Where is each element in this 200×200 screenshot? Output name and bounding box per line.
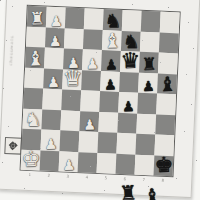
coord-mark-4: 4	[85, 174, 88, 179]
square-f2[interactable]	[41, 109, 61, 130]
square-b8[interactable]	[159, 32, 179, 53]
square-g6[interactable]	[116, 133, 136, 154]
square-g3[interactable]	[59, 130, 79, 151]
photo-of-chess-game: chessmats ♜♟♞♟♝♞♝♟♟♟♛♜♟♛♟♟♝♟♞♟♟♚♟♚ 12345…	[0, 0, 200, 200]
square-b2[interactable]: ♟	[45, 27, 65, 48]
mat-brand-text: chessmats	[8, 35, 21, 66]
piece-white-pawn-d2[interactable]: ♟	[47, 75, 60, 89]
square-c8[interactable]	[158, 53, 178, 74]
square-c2[interactable]	[44, 48, 64, 69]
square-a3[interactable]	[65, 7, 85, 28]
square-f8[interactable]	[155, 114, 175, 135]
square-b5[interactable]: ♝	[102, 30, 122, 51]
square-a6[interactable]	[122, 10, 142, 31]
square-c5[interactable]: ♟	[101, 50, 121, 71]
square-e7[interactable]	[137, 93, 157, 114]
square-g7[interactable]	[135, 134, 155, 155]
piece-white-bishop-b5[interactable]: ♝	[103, 30, 121, 50]
square-a8[interactable]	[160, 12, 180, 33]
square-d2[interactable]: ♟	[43, 68, 63, 89]
square-f4[interactable]: ♟	[79, 111, 99, 132]
square-d4[interactable]	[81, 70, 101, 91]
square-d3[interactable]: ♛	[62, 69, 82, 90]
coord-mark-8: 8	[161, 178, 164, 183]
piece-white-pawn-h3[interactable]: ♟	[62, 158, 75, 172]
piece-black-pawn-c5[interactable]: ♟	[104, 57, 117, 71]
square-h8[interactable]: ♚	[153, 155, 173, 176]
square-d1[interactable]	[24, 67, 44, 88]
square-h5[interactable]	[97, 152, 117, 173]
piece-black-pawn-d7[interactable]: ♟	[141, 79, 154, 93]
piece-white-king-h1[interactable]: ♚	[21, 149, 40, 170]
square-e3[interactable]	[61, 89, 81, 110]
emblem-arrow-east	[15, 142, 21, 148]
square-d8[interactable]: ♝	[157, 73, 177, 94]
square-e4[interactable]	[80, 90, 100, 111]
square-g5[interactable]	[97, 132, 117, 153]
captured-black-bishop: ♝	[143, 185, 162, 200]
emblem-center-dot	[12, 144, 15, 147]
piece-black-pawn-e6[interactable]: ♟	[122, 99, 135, 113]
square-f6[interactable]	[117, 112, 137, 133]
piece-white-pawn-a2[interactable]: ♟	[49, 13, 62, 27]
coord-mark-1: 1	[29, 172, 32, 177]
square-a2[interactable]: ♟	[46, 7, 66, 28]
square-b3[interactable]	[64, 28, 84, 49]
square-f7[interactable]	[136, 113, 156, 134]
square-g2[interactable]: ♟	[41, 130, 61, 151]
square-h2[interactable]	[40, 150, 60, 171]
square-e5[interactable]	[99, 91, 119, 112]
square-e2[interactable]	[42, 89, 62, 110]
photo-noise-speckles	[0, 0, 1, 1]
coord-mark-5: 5	[104, 175, 107, 180]
piece-black-knight-a5[interactable]: ♞	[104, 11, 122, 30]
square-d6[interactable]	[119, 71, 139, 92]
square-f5[interactable]	[98, 112, 118, 133]
piece-white-pawn-c4[interactable]: ♟	[85, 56, 98, 70]
square-b1[interactable]	[26, 26, 46, 47]
compass-rose-logo-icon	[4, 137, 22, 155]
piece-white-pawn-g2[interactable]: ♟	[44, 136, 57, 150]
square-c6[interactable]: ♛	[120, 51, 140, 72]
piece-black-queen-c6[interactable]: ♛	[120, 50, 140, 73]
square-h1[interactable]: ♚	[21, 149, 41, 170]
square-h3[interactable]: ♟	[59, 151, 79, 172]
square-a1[interactable]: ♜	[27, 6, 47, 27]
square-c1[interactable]: ♝	[25, 47, 45, 68]
piece-black-rook-c7[interactable]: ♜	[141, 55, 157, 72]
vinyl-chess-mat: chessmats ♜♟♞♟♝♞♝♟♟♟♛♜♟♛♟♟♝♟♞♟♟♚♟♚ 12345…	[0, 0, 200, 198]
piece-black-king-h8[interactable]: ♚	[154, 155, 173, 176]
piece-white-bishop-c1[interactable]: ♝	[26, 47, 44, 67]
square-a4[interactable]	[84, 8, 104, 29]
square-f3[interactable]	[60, 110, 80, 131]
square-h6[interactable]	[116, 153, 136, 174]
square-c7[interactable]: ♜	[139, 52, 159, 73]
piece-black-pawn-d5[interactable]: ♟	[103, 77, 116, 91]
square-e8[interactable]	[156, 94, 176, 115]
square-e6[interactable]: ♟	[118, 92, 138, 113]
square-b7[interactable]	[140, 31, 160, 52]
piece-white-knight-f1[interactable]: ♞	[24, 110, 42, 129]
square-g4[interactable]	[78, 131, 98, 152]
square-a7[interactable]	[141, 11, 161, 32]
square-a5[interactable]: ♞	[103, 9, 123, 30]
square-h4[interactable]	[78, 152, 98, 173]
coord-mark-7: 7	[142, 177, 145, 182]
square-d7[interactable]: ♟	[138, 72, 158, 93]
coord-mark-2: 2	[48, 173, 51, 178]
chess-board[interactable]: ♜♟♞♟♝♞♝♟♟♟♛♜♟♛♟♟♝♟♞♟♟♚♟♚	[21, 6, 180, 176]
piece-white-pawn-f4[interactable]: ♟	[83, 117, 96, 131]
square-f1[interactable]: ♞	[22, 108, 42, 129]
square-e1[interactable]	[23, 88, 43, 109]
piece-white-pawn-b2[interactable]: ♟	[48, 34, 61, 48]
captured-black-rook: ♜	[118, 182, 137, 200]
coord-mark-3: 3	[66, 174, 69, 179]
square-h7[interactable]	[135, 154, 155, 175]
piece-white-rook-a1[interactable]: ♜	[29, 10, 45, 27]
piece-white-queen-d3[interactable]: ♛	[62, 68, 82, 91]
square-d5[interactable]: ♟	[100, 71, 120, 92]
piece-black-bishop-d8[interactable]: ♝	[158, 74, 176, 94]
square-b4[interactable]	[83, 29, 103, 50]
square-c4[interactable]: ♟	[82, 49, 102, 70]
